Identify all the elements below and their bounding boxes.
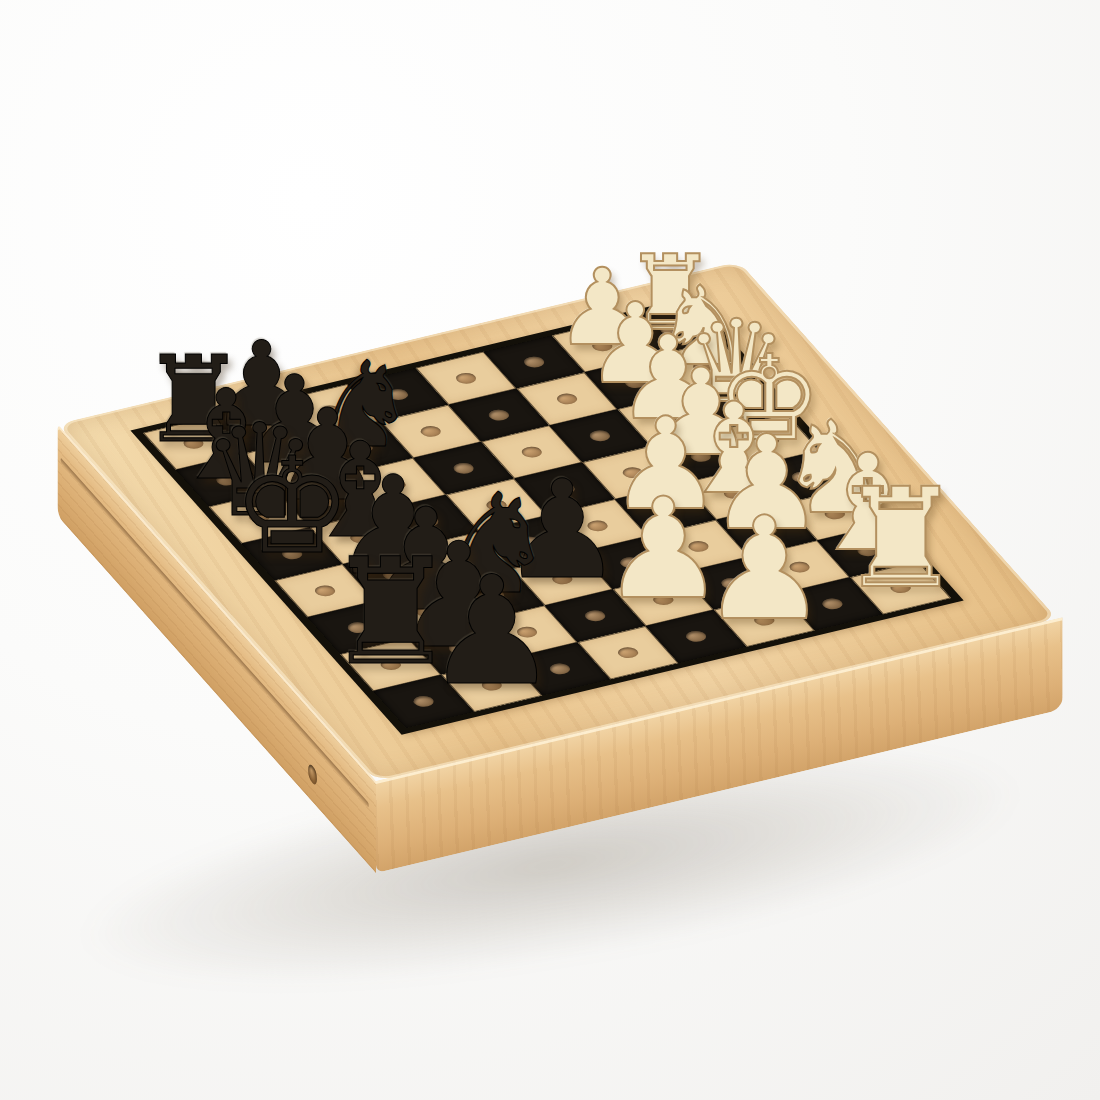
studio-backdrop: ♜♝♛♚♜♟♟♟♝♟♟♟♟♞♞♟♟♟♟♟♟♟♟♝♟♜♞♛♚♞♝♜ bbox=[0, 0, 1100, 1100]
finger-hole bbox=[308, 761, 317, 788]
